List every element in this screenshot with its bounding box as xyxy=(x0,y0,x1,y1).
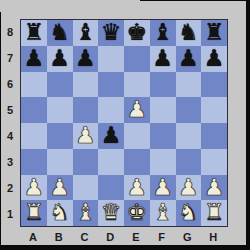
square-h3[interactable] xyxy=(201,149,227,175)
square-g2[interactable]: ♟ xyxy=(176,175,202,201)
square-c1[interactable]: ♝ xyxy=(73,200,99,226)
square-h4[interactable] xyxy=(201,123,227,149)
square-h5[interactable] xyxy=(201,97,227,123)
file-label-f: F xyxy=(149,228,175,245)
white-bishop: ♝ xyxy=(152,200,173,226)
white-pawn: ♟ xyxy=(127,175,148,201)
square-e1[interactable]: ♚ xyxy=(124,200,150,226)
white-pawn: ♟ xyxy=(49,175,70,201)
square-a5[interactable] xyxy=(21,97,47,123)
square-f2[interactable]: ♟ xyxy=(150,175,176,201)
square-h2[interactable]: ♟ xyxy=(201,175,227,201)
file-label-h: H xyxy=(200,228,226,245)
square-h1[interactable]: ♜ xyxy=(201,200,227,226)
black-queen: ♛ xyxy=(101,20,122,46)
square-a8[interactable]: ♜ xyxy=(21,20,47,46)
square-b3[interactable] xyxy=(47,149,73,175)
square-g5[interactable] xyxy=(176,97,202,123)
window-edge-left xyxy=(0,12,1,250)
square-c8[interactable]: ♝ xyxy=(73,20,99,46)
rank-label-5: 5 xyxy=(0,97,20,123)
rank-label-7: 7 xyxy=(0,45,20,71)
white-bishop: ♝ xyxy=(75,200,96,226)
square-b1[interactable]: ♞ xyxy=(47,200,73,226)
white-pawn: ♟ xyxy=(127,97,148,123)
square-c7[interactable]: ♟ xyxy=(73,46,99,72)
square-a7[interactable]: ♟ xyxy=(21,46,47,72)
square-b4[interactable] xyxy=(47,123,73,149)
square-e7[interactable] xyxy=(124,46,150,72)
black-bishop: ♝ xyxy=(75,20,96,46)
rank-label-4: 4 xyxy=(0,123,20,149)
white-rook: ♜ xyxy=(204,200,225,226)
black-pawn: ♟ xyxy=(49,46,70,72)
square-d4[interactable]: ♟ xyxy=(98,123,124,149)
square-a2[interactable]: ♟ xyxy=(21,175,47,201)
chess-app-frame: 8 7 6 5 4 3 2 1 ♜♞♝♛♚♝♞♜♟♟♟♟♟♟♟♟♟♟♟♟♟♟♟♜… xyxy=(0,0,250,250)
window-edge-right xyxy=(246,0,250,250)
black-rook: ♜ xyxy=(204,20,225,46)
square-a1[interactable]: ♜ xyxy=(21,200,47,226)
square-h6[interactable] xyxy=(201,72,227,98)
square-b5[interactable] xyxy=(47,97,73,123)
square-b8[interactable]: ♞ xyxy=(47,20,73,46)
file-label-c: C xyxy=(72,228,98,245)
white-knight: ♞ xyxy=(49,200,70,226)
white-pawn: ♟ xyxy=(152,175,173,201)
square-d7[interactable] xyxy=(98,46,124,72)
square-d8[interactable]: ♛ xyxy=(98,20,124,46)
file-label-d: D xyxy=(97,228,123,245)
black-pawn: ♟ xyxy=(204,46,225,72)
square-a6[interactable] xyxy=(21,72,47,98)
black-rook: ♜ xyxy=(24,20,45,46)
file-label-a: A xyxy=(20,228,46,245)
square-f6[interactable] xyxy=(150,72,176,98)
white-knight: ♞ xyxy=(178,200,199,226)
square-b2[interactable]: ♟ xyxy=(47,175,73,201)
file-label-e: E xyxy=(123,228,149,245)
chess-board: ♜♞♝♛♚♝♞♜♟♟♟♟♟♟♟♟♟♟♟♟♟♟♟♜♞♝♛♚♝♞♜ xyxy=(20,19,228,227)
rank-labels: 8 7 6 5 4 3 2 1 xyxy=(0,19,20,227)
square-g4[interactable] xyxy=(176,123,202,149)
square-e6[interactable] xyxy=(124,72,150,98)
window-edge-top xyxy=(140,0,250,1)
square-c4[interactable]: ♟ xyxy=(73,123,99,149)
square-b6[interactable] xyxy=(47,72,73,98)
square-f7[interactable]: ♟ xyxy=(150,46,176,72)
square-d3[interactable] xyxy=(98,149,124,175)
square-g8[interactable]: ♞ xyxy=(176,20,202,46)
square-e3[interactable] xyxy=(124,149,150,175)
rank-label-8: 8 xyxy=(0,19,20,45)
square-c3[interactable] xyxy=(73,149,99,175)
square-g3[interactable] xyxy=(176,149,202,175)
file-labels: A B C D E F G H xyxy=(20,228,228,245)
square-f1[interactable]: ♝ xyxy=(150,200,176,226)
square-h7[interactable]: ♟ xyxy=(201,46,227,72)
square-e5[interactable]: ♟ xyxy=(124,97,150,123)
rank-label-1: 1 xyxy=(0,201,20,227)
square-a3[interactable] xyxy=(21,149,47,175)
black-king: ♚ xyxy=(127,20,148,46)
square-e4[interactable] xyxy=(124,123,150,149)
square-a4[interactable] xyxy=(21,123,47,149)
square-b7[interactable]: ♟ xyxy=(47,46,73,72)
white-rook: ♜ xyxy=(24,200,45,226)
white-pawn: ♟ xyxy=(24,175,45,201)
square-c5[interactable] xyxy=(73,97,99,123)
white-queen: ♛ xyxy=(101,200,122,226)
window-edge-bottom xyxy=(0,245,250,250)
rank-label-6: 6 xyxy=(0,71,20,97)
black-pawn: ♟ xyxy=(24,46,45,72)
square-c2[interactable] xyxy=(73,175,99,201)
square-f5[interactable] xyxy=(150,97,176,123)
rank-label-2: 2 xyxy=(0,175,20,201)
square-c6[interactable] xyxy=(73,72,99,98)
square-f4[interactable] xyxy=(150,123,176,149)
white-pawn: ♟ xyxy=(75,123,96,149)
white-pawn: ♟ xyxy=(204,175,225,201)
square-f8[interactable]: ♝ xyxy=(150,20,176,46)
white-pawn: ♟ xyxy=(178,175,199,201)
black-pawn: ♟ xyxy=(152,46,173,72)
black-pawn: ♟ xyxy=(75,46,96,72)
white-king: ♚ xyxy=(127,200,148,226)
square-e2[interactable]: ♟ xyxy=(124,175,150,201)
black-knight: ♞ xyxy=(49,20,70,46)
square-d1[interactable]: ♛ xyxy=(98,200,124,226)
file-label-g: G xyxy=(175,228,201,245)
square-d6[interactable] xyxy=(98,72,124,98)
square-d5[interactable] xyxy=(98,97,124,123)
square-g1[interactable]: ♞ xyxy=(176,200,202,226)
square-h8[interactable]: ♜ xyxy=(201,20,227,46)
square-f3[interactable] xyxy=(150,149,176,175)
black-bishop: ♝ xyxy=(152,20,173,46)
file-label-b: B xyxy=(46,228,72,245)
square-e8[interactable]: ♚ xyxy=(124,20,150,46)
rank-label-3: 3 xyxy=(0,149,20,175)
black-pawn: ♟ xyxy=(101,123,122,149)
black-pawn: ♟ xyxy=(178,46,199,72)
square-g6[interactable] xyxy=(176,72,202,98)
black-knight: ♞ xyxy=(178,20,199,46)
square-g7[interactable]: ♟ xyxy=(176,46,202,72)
square-d2[interactable] xyxy=(98,175,124,201)
